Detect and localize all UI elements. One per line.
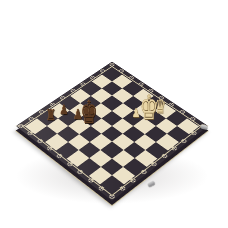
black-king: ♚ — [80, 96, 97, 128]
rosette-inlay-icon — [109, 62, 116, 66]
product-photo-scene: ♟♛♟♟♜♚♚ — [0, 0, 228, 228]
white-king: ♚ — [139, 90, 157, 124]
white-pawn: ♟ — [131, 107, 140, 119]
black-pawn: ♟ — [59, 103, 68, 116]
rosette-inlay-icon — [17, 123, 24, 128]
black-rook: ♜ — [46, 108, 57, 123]
